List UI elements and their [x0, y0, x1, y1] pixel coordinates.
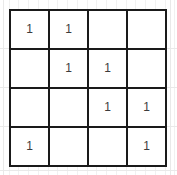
cell-r3c1[interactable]: [50, 128, 87, 165]
cell-r1c3[interactable]: [128, 50, 165, 87]
cell-r1c1[interactable]: 1: [50, 50, 87, 87]
puzzle-canvas: 1 1 1 1 1 1 1 1: [0, 0, 177, 175]
cell-r0c2[interactable]: [89, 11, 126, 48]
background-gridline: [3, 0, 4, 175]
cell-r1c2[interactable]: 1: [89, 50, 126, 87]
cell-r3c3[interactable]: 1: [128, 128, 165, 165]
cell-r3c2[interactable]: [89, 128, 126, 165]
cell-r2c1[interactable]: [50, 89, 87, 126]
background-gridline: [170, 0, 171, 175]
puzzle-grid: 1 1 1 1 1 1 1 1: [9, 9, 167, 167]
cell-r2c0[interactable]: [11, 89, 48, 126]
cell-r0c1[interactable]: 1: [50, 11, 87, 48]
background-gridline: [0, 170, 177, 171]
cell-r3c0[interactable]: 1: [11, 128, 48, 165]
cell-r0c0[interactable]: 1: [11, 11, 48, 48]
cell-r2c2[interactable]: 1: [89, 89, 126, 126]
cell-r1c0[interactable]: [11, 50, 48, 87]
cell-r2c3[interactable]: 1: [128, 89, 165, 126]
cell-r0c3[interactable]: [128, 11, 165, 48]
